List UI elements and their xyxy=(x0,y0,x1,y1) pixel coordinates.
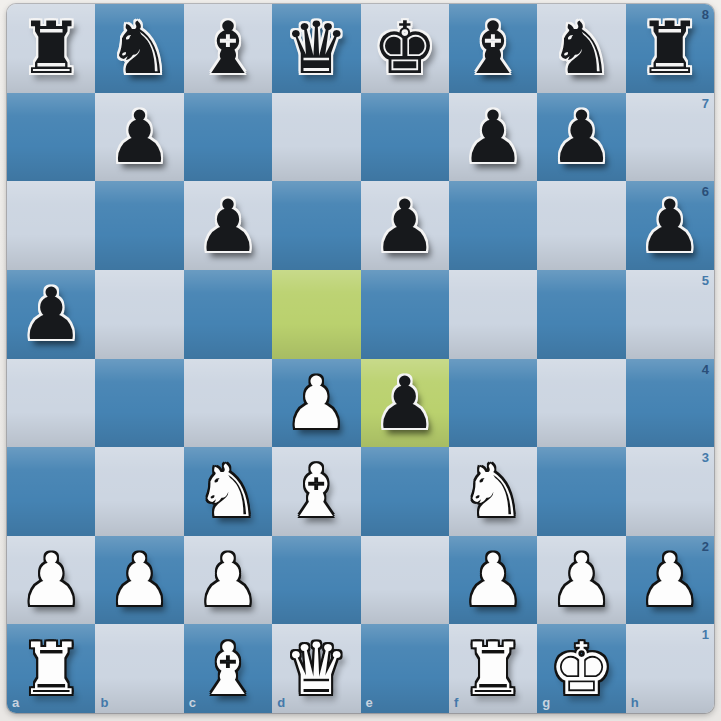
file-label-c: c xyxy=(189,696,196,709)
file-label-a: a xyxy=(12,696,19,709)
piece-white-rook[interactable]: ♜ xyxy=(19,625,84,713)
square-h7[interactable]: 7 xyxy=(626,93,714,182)
rank-label-1: 1 xyxy=(702,628,709,641)
file-label-h: h xyxy=(631,696,639,709)
piece-white-pawn[interactable]: ♟ xyxy=(549,536,614,624)
file-label-b: b xyxy=(100,696,108,709)
piece-white-knight[interactable]: ♞ xyxy=(196,447,261,535)
piece-black-bishop[interactable]: ♝ xyxy=(461,4,526,92)
piece-white-pawn[interactable]: ♟ xyxy=(19,536,84,624)
square-d8[interactable]: ♛ xyxy=(272,4,360,93)
rank-label-7: 7 xyxy=(702,97,709,110)
square-b8[interactable]: ♞ xyxy=(95,4,183,93)
file-label-d: d xyxy=(277,696,285,709)
piece-white-pawn[interactable]: ♟ xyxy=(107,536,172,624)
square-d3[interactable]: ♝ xyxy=(272,447,360,536)
piece-black-pawn[interactable]: ♟ xyxy=(19,270,84,358)
square-g2[interactable]: ♟ xyxy=(537,536,625,625)
rank-label-4: 4 xyxy=(702,363,709,376)
square-f5[interactable] xyxy=(449,270,537,359)
square-g5[interactable] xyxy=(537,270,625,359)
square-f6[interactable] xyxy=(449,181,537,270)
rank-label-5: 5 xyxy=(702,274,709,287)
square-g8[interactable]: ♞ xyxy=(537,4,625,93)
square-a8[interactable]: ♜ xyxy=(7,4,95,93)
square-d1[interactable]: ♛d xyxy=(272,624,360,713)
square-a5[interactable]: ♟ xyxy=(7,270,95,359)
piece-black-pawn[interactable]: ♟ xyxy=(461,93,526,181)
square-c1[interactable]: ♝c xyxy=(184,624,272,713)
square-e3[interactable] xyxy=(361,447,449,536)
square-b3[interactable] xyxy=(95,447,183,536)
square-e1[interactable]: e xyxy=(361,624,449,713)
chess-board: ♜♞♝♛♚♝♞♜8♟♟♟7♟♟♟6♟5♟♟4♞♝♞3♟♟♟♟♟♟2♜ab♝c♛d… xyxy=(7,4,714,713)
board-frame: ♜♞♝♛♚♝♞♜8♟♟♟7♟♟♟6♟5♟♟4♞♝♞3♟♟♟♟♟♟2♜ab♝c♛d… xyxy=(0,0,721,721)
square-c5[interactable] xyxy=(184,270,272,359)
piece-white-bishop[interactable]: ♝ xyxy=(196,625,261,713)
file-label-f: f xyxy=(454,696,458,709)
square-h8[interactable]: ♜8 xyxy=(626,4,714,93)
square-e7[interactable] xyxy=(361,93,449,182)
square-b6[interactable] xyxy=(95,181,183,270)
square-g7[interactable]: ♟ xyxy=(537,93,625,182)
square-c4[interactable] xyxy=(184,359,272,448)
square-f4[interactable] xyxy=(449,359,537,448)
square-h3[interactable]: 3 xyxy=(626,447,714,536)
square-c3[interactable]: ♞ xyxy=(184,447,272,536)
square-d7[interactable] xyxy=(272,93,360,182)
piece-black-pawn[interactable]: ♟ xyxy=(638,182,703,270)
square-a2[interactable]: ♟ xyxy=(7,536,95,625)
square-d5[interactable] xyxy=(272,270,360,359)
piece-black-rook[interactable]: ♜ xyxy=(19,4,84,92)
square-h6[interactable]: ♟6 xyxy=(626,181,714,270)
piece-white-pawn[interactable]: ♟ xyxy=(461,536,526,624)
square-a7[interactable] xyxy=(7,93,95,182)
square-f8[interactable]: ♝ xyxy=(449,4,537,93)
rank-label-8: 8 xyxy=(702,8,709,21)
piece-black-pawn[interactable]: ♟ xyxy=(372,182,437,270)
square-f3[interactable]: ♞ xyxy=(449,447,537,536)
piece-white-rook[interactable]: ♜ xyxy=(461,625,526,713)
piece-black-knight[interactable]: ♞ xyxy=(107,4,172,92)
square-e4[interactable]: ♟ xyxy=(361,359,449,448)
square-g4[interactable] xyxy=(537,359,625,448)
piece-black-rook[interactable]: ♜ xyxy=(638,4,703,92)
square-b4[interactable] xyxy=(95,359,183,448)
square-g1[interactable]: ♚g xyxy=(537,624,625,713)
square-c7[interactable] xyxy=(184,93,272,182)
rank-label-6: 6 xyxy=(702,185,709,198)
piece-white-bishop[interactable]: ♝ xyxy=(284,447,349,535)
square-a6[interactable] xyxy=(7,181,95,270)
piece-white-pawn[interactable]: ♟ xyxy=(196,536,261,624)
file-label-g: g xyxy=(542,696,550,709)
square-a4[interactable] xyxy=(7,359,95,448)
square-d6[interactable] xyxy=(272,181,360,270)
square-e8[interactable]: ♚ xyxy=(361,4,449,93)
piece-white-knight[interactable]: ♞ xyxy=(461,447,526,535)
square-b1[interactable]: b xyxy=(95,624,183,713)
square-e5[interactable] xyxy=(361,270,449,359)
square-c8[interactable]: ♝ xyxy=(184,4,272,93)
square-h4[interactable]: 4 xyxy=(626,359,714,448)
square-h1[interactable]: 1h xyxy=(626,624,714,713)
piece-white-king[interactable]: ♚ xyxy=(549,625,614,713)
piece-black-knight[interactable]: ♞ xyxy=(549,4,614,92)
square-f1[interactable]: ♜f xyxy=(449,624,537,713)
square-a1[interactable]: ♜a xyxy=(7,624,95,713)
rank-label-2: 2 xyxy=(702,540,709,553)
square-d4[interactable]: ♟ xyxy=(272,359,360,448)
piece-black-king[interactable]: ♚ xyxy=(372,4,437,92)
piece-black-pawn[interactable]: ♟ xyxy=(107,93,172,181)
square-f7[interactable]: ♟ xyxy=(449,93,537,182)
piece-black-pawn[interactable]: ♟ xyxy=(196,182,261,270)
square-a3[interactable] xyxy=(7,447,95,536)
square-c6[interactable]: ♟ xyxy=(184,181,272,270)
square-b2[interactable]: ♟ xyxy=(95,536,183,625)
piece-white-queen[interactable]: ♛ xyxy=(284,625,349,713)
square-b5[interactable] xyxy=(95,270,183,359)
square-d2[interactable] xyxy=(272,536,360,625)
square-g3[interactable] xyxy=(537,447,625,536)
piece-white-pawn[interactable]: ♟ xyxy=(638,536,703,624)
square-e2[interactable] xyxy=(361,536,449,625)
rank-label-3: 3 xyxy=(702,451,709,464)
square-e6[interactable]: ♟ xyxy=(361,181,449,270)
file-label-e: e xyxy=(366,696,373,709)
square-h2[interactable]: ♟2 xyxy=(626,536,714,625)
square-f2[interactable]: ♟ xyxy=(449,536,537,625)
piece-black-bishop[interactable]: ♝ xyxy=(196,4,261,92)
piece-black-pawn[interactable]: ♟ xyxy=(372,359,437,447)
square-b7[interactable]: ♟ xyxy=(95,93,183,182)
square-g6[interactable] xyxy=(537,181,625,270)
square-h5[interactable]: 5 xyxy=(626,270,714,359)
piece-white-pawn[interactable]: ♟ xyxy=(284,359,349,447)
piece-black-pawn[interactable]: ♟ xyxy=(549,93,614,181)
piece-black-queen[interactable]: ♛ xyxy=(284,4,349,92)
square-c2[interactable]: ♟ xyxy=(184,536,272,625)
